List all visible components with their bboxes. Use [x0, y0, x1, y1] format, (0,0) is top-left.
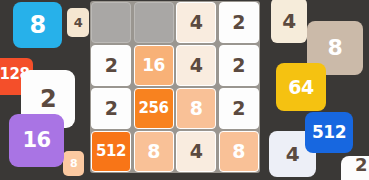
board-cell-r3c4: 2 [219, 88, 259, 129]
tile-4-light-value: 4 [286, 144, 299, 164]
board-cell-r4c3: 4 [176, 131, 216, 172]
board-cell-r2c1: 2 [91, 45, 131, 86]
tile-512-blue: 512 [305, 112, 353, 153]
tile-2-corner-value: 2 [355, 156, 367, 174]
tile-8-peach-small: 8 [63, 151, 84, 176]
board-cell-r4c2: 8 [134, 131, 174, 172]
board-cell-r2c2: 16 [134, 45, 174, 86]
board-cell-r2c4: 2 [219, 45, 259, 86]
board-cell-r3c3: 8 [176, 88, 216, 129]
app-frame: 4221642225682512848 841282816486445122 [0, 0, 369, 180]
board-cell-r1c2 [134, 2, 174, 43]
tile-4-cream: 4 [271, 0, 307, 43]
tile-512-blue-value: 512 [312, 124, 346, 141]
tile-4-small: 4 [67, 8, 89, 37]
tile-16-purple-value: 16 [22, 130, 50, 151]
board-cell-r4c1: 512 [91, 131, 131, 172]
tile-8-peach-small-value: 8 [70, 158, 77, 169]
tile-8-skyblue-value: 8 [29, 13, 45, 37]
tile-64-gold-value: 64 [288, 78, 313, 97]
board-cell-r1c4: 2 [219, 2, 259, 43]
tile-16-purple: 16 [9, 114, 64, 167]
tile-8-skyblue: 8 [13, 2, 62, 48]
board-cell-r2c3: 4 [176, 45, 216, 86]
board-cell-r1c3: 4 [176, 2, 216, 43]
tile-64-gold: 64 [276, 63, 326, 111]
board-cell-r1c1 [91, 2, 131, 43]
board-cell-r4c4: 8 [219, 131, 259, 172]
tile-2-white-value: 2 [40, 87, 56, 111]
board-cell-r3c1: 2 [91, 88, 131, 129]
tile-4-cream-value: 4 [282, 11, 295, 31]
game-board-2048[interactable]: 4221642225682512848 [90, 1, 260, 173]
tile-8-tan-value: 8 [328, 37, 343, 59]
tile-2-corner: 2 [341, 156, 369, 180]
board-cell-r3c2: 256 [134, 88, 174, 129]
tile-4-small-value: 4 [74, 16, 83, 29]
